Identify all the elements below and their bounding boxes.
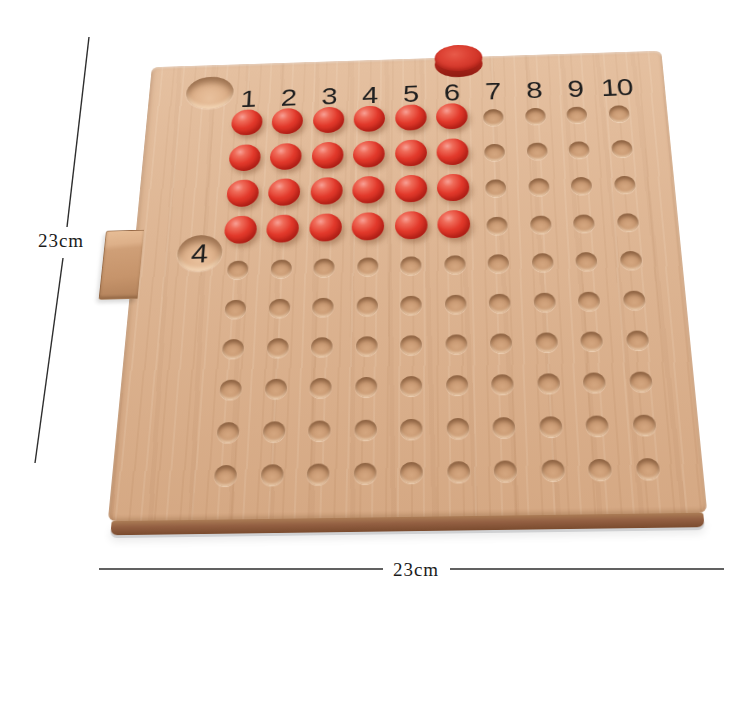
- hole: [575, 252, 598, 271]
- red-bead[interactable]: [311, 141, 343, 168]
- cell-r1-c2[interactable]: [266, 106, 308, 142]
- hole: [310, 378, 332, 398]
- hole: [354, 419, 377, 440]
- hole: [260, 464, 283, 485]
- cell-r7-c10[interactable]: [613, 320, 662, 362]
- hole: [585, 415, 609, 436]
- cell-r2-c5[interactable]: [390, 137, 432, 174]
- cell-r4-c3[interactable]: [303, 211, 347, 250]
- hole: [355, 377, 377, 397]
- cell-r6-c2[interactable]: [256, 288, 301, 328]
- hole: [490, 333, 513, 353]
- hole: [494, 461, 518, 483]
- cell-r8-c1[interactable]: [207, 369, 254, 412]
- cell-r8-c3[interactable]: [298, 367, 344, 410]
- cell-r7-c1[interactable]: [210, 328, 257, 369]
- red-bead[interactable]: [352, 212, 385, 241]
- cell-r5-c9[interactable]: [563, 242, 610, 282]
- hole: [444, 255, 466, 274]
- red-bead[interactable]: [228, 144, 261, 171]
- hole: [264, 379, 287, 399]
- hole: [580, 331, 603, 351]
- red-bead[interactable]: [438, 210, 471, 239]
- red-bead[interactable]: [268, 178, 301, 206]
- hole: [311, 337, 333, 357]
- red-bead[interactable]: [309, 213, 342, 242]
- cell-r10-c6[interactable]: [435, 450, 483, 495]
- cell-r3-c9[interactable]: [559, 167, 604, 205]
- cell-r4-c8[interactable]: [518, 205, 563, 244]
- cell-r2-c2[interactable]: [264, 140, 307, 177]
- cell-r6-c1[interactable]: [213, 289, 259, 329]
- cell-r8-c2[interactable]: [252, 368, 299, 411]
- cell-r4-c4[interactable]: [346, 210, 389, 249]
- red-bead[interactable]: [437, 173, 470, 201]
- cell-r10-c10[interactable]: [622, 446, 673, 492]
- cell-r4-c1[interactable]: [218, 213, 263, 251]
- hole: [445, 294, 467, 313]
- cell-r7-c9[interactable]: [568, 321, 616, 363]
- cell-r7-c4[interactable]: [344, 325, 389, 367]
- cell-r1-c8[interactable]: [514, 98, 557, 134]
- cell-r5-c2[interactable]: [259, 249, 304, 288]
- cell-r8-c9[interactable]: [570, 362, 619, 405]
- cell-r1-c6[interactable]: [431, 101, 473, 137]
- cell-r8-c8[interactable]: [525, 362, 573, 405]
- red-bead[interactable]: [395, 211, 428, 240]
- red-bead[interactable]: [271, 108, 303, 135]
- hole: [526, 142, 547, 160]
- cell-r9-c10[interactable]: [619, 403, 670, 447]
- cell-r6-c5[interactable]: [389, 285, 433, 326]
- hole: [583, 373, 607, 393]
- cell-r3-c5[interactable]: [390, 172, 433, 210]
- cell-r2-c4[interactable]: [348, 138, 390, 175]
- hole: [445, 334, 467, 354]
- hole: [611, 140, 633, 158]
- hole: [573, 214, 595, 232]
- hole: [400, 462, 423, 483]
- cell-r4-c9[interactable]: [561, 204, 607, 243]
- cell-r5-c5[interactable]: [389, 246, 433, 286]
- cell-r10-c3[interactable]: [294, 452, 342, 497]
- hole: [619, 251, 642, 270]
- hole: [571, 177, 593, 195]
- hole: [608, 105, 630, 122]
- hole: [356, 296, 378, 315]
- cell-r9-c2[interactable]: [250, 410, 298, 454]
- red-disc-marker[interactable]: [434, 44, 483, 78]
- hole: [525, 107, 546, 124]
- hole: [313, 259, 334, 278]
- red-bead[interactable]: [395, 175, 427, 203]
- cell-r3-c7[interactable]: [474, 170, 518, 208]
- cell-r2-c10[interactable]: [599, 130, 644, 167]
- cell-r5-c6[interactable]: [433, 245, 477, 285]
- cell-r9-c5[interactable]: [388, 407, 434, 451]
- hole: [489, 293, 511, 312]
- cell-r6-c4[interactable]: [345, 286, 390, 327]
- hole: [401, 295, 422, 314]
- cell-r6-c8[interactable]: [521, 282, 568, 323]
- cell-r7-c2[interactable]: [254, 327, 300, 369]
- hole: [487, 216, 509, 234]
- cell-r10-c5[interactable]: [388, 450, 435, 495]
- cell-r6-c3[interactable]: [301, 287, 346, 328]
- cell-r8-c10[interactable]: [616, 361, 666, 404]
- cell-r6-c7[interactable]: [477, 283, 523, 324]
- cell-r5-c8[interactable]: [520, 243, 566, 283]
- cell-r1-c1[interactable]: [225, 107, 268, 143]
- hole: [262, 421, 285, 442]
- cell-r3-c6[interactable]: [432, 171, 475, 209]
- hole: [626, 330, 650, 350]
- cell-r4-c10[interactable]: [605, 203, 652, 242]
- cell-r5-c4[interactable]: [346, 247, 390, 287]
- hole: [222, 339, 245, 359]
- hole: [528, 178, 550, 196]
- red-bead[interactable]: [437, 138, 469, 165]
- hole: [357, 258, 378, 277]
- hole: [312, 297, 334, 316]
- hole: [307, 464, 330, 485]
- hole: [541, 460, 565, 482]
- hole: [227, 261, 249, 280]
- hole: [578, 291, 601, 310]
- cell-r3-c8[interactable]: [517, 169, 562, 207]
- bead-grid: [201, 96, 673, 499]
- cell-r9-c6[interactable]: [434, 406, 481, 450]
- red-bead[interactable]: [270, 143, 303, 170]
- hole: [488, 254, 510, 273]
- hole: [446, 418, 469, 439]
- cell-r2-c8[interactable]: [515, 133, 559, 170]
- cell-r7-c7[interactable]: [478, 322, 525, 364]
- hole: [539, 416, 563, 437]
- cell-r1-c3[interactable]: [307, 104, 349, 140]
- cell-r4-c6[interactable]: [432, 208, 476, 247]
- height-dimension-line-lower: [35, 258, 63, 463]
- hole: [622, 290, 645, 309]
- cell-r9-c3[interactable]: [296, 409, 343, 453]
- cell-r3-c10[interactable]: [602, 166, 648, 204]
- cell-r3-c3[interactable]: [305, 174, 348, 212]
- hole: [308, 420, 331, 441]
- cell-r5-c10[interactable]: [607, 241, 654, 281]
- red-bead[interactable]: [395, 104, 426, 131]
- multiplication-board: 4 12345678910: [108, 51, 708, 522]
- cell-r10-c7[interactable]: [481, 449, 530, 494]
- cell-r7-c3[interactable]: [299, 326, 345, 368]
- hole: [225, 299, 247, 318]
- cell-r9-c8[interactable]: [526, 405, 575, 449]
- hole: [616, 213, 639, 231]
- hole: [214, 465, 238, 486]
- red-bead[interactable]: [353, 140, 385, 167]
- cell-r7-c6[interactable]: [434, 323, 480, 365]
- cell-r9-c4[interactable]: [342, 408, 389, 452]
- cell-r6-c9[interactable]: [566, 281, 613, 322]
- cell-r3-c4[interactable]: [347, 173, 390, 211]
- hole: [569, 141, 591, 159]
- hole: [491, 375, 514, 395]
- cell-r8-c6[interactable]: [434, 364, 480, 407]
- hole: [483, 109, 504, 126]
- red-bead[interactable]: [354, 106, 386, 133]
- cell-r9-c1[interactable]: [204, 411, 252, 455]
- cell-r4-c2[interactable]: [260, 212, 304, 250]
- cell-r10-c4[interactable]: [341, 451, 388, 496]
- red-bead[interactable]: [230, 109, 262, 136]
- hole: [268, 298, 290, 317]
- cell-r2-c1[interactable]: [223, 141, 266, 178]
- hole: [266, 338, 288, 358]
- cell-r8-c5[interactable]: [389, 365, 435, 408]
- cell-r7-c5[interactable]: [389, 324, 434, 366]
- cell-r1-c10[interactable]: [597, 96, 642, 132]
- hole: [629, 372, 653, 393]
- cell-r8-c4[interactable]: [343, 366, 389, 409]
- cell-r1-c9[interactable]: [555, 97, 599, 133]
- cell-r3-c2[interactable]: [262, 176, 306, 214]
- cell-r5-c3[interactable]: [302, 248, 346, 287]
- cell-r2-c7[interactable]: [473, 134, 516, 171]
- height-dimension-line-upper: [67, 37, 89, 227]
- cell-r9-c7[interactable]: [480, 406, 528, 450]
- height-dimension-label: 23cm: [38, 230, 84, 252]
- hole: [537, 374, 560, 394]
- hole: [401, 256, 422, 275]
- red-bead[interactable]: [226, 179, 259, 207]
- hole: [566, 106, 587, 123]
- cell-r1-c4[interactable]: [349, 103, 391, 139]
- red-bead[interactable]: [352, 176, 384, 204]
- red-bead[interactable]: [266, 215, 299, 244]
- cell-r2-c9[interactable]: [557, 132, 602, 169]
- cell-r5-c7[interactable]: [476, 244, 521, 284]
- red-bead[interactable]: [223, 216, 257, 245]
- cell-r1-c5[interactable]: [390, 102, 432, 138]
- cell-r6-c10[interactable]: [610, 280, 658, 321]
- red-bead[interactable]: [395, 139, 427, 166]
- hole: [632, 414, 656, 435]
- cell-r9-c9[interactable]: [573, 404, 623, 448]
- hole: [400, 335, 422, 355]
- hole: [614, 176, 636, 194]
- cell-r1-c7[interactable]: [472, 99, 515, 135]
- cell-r2-c3[interactable]: [306, 139, 349, 176]
- hole: [356, 336, 378, 356]
- hole: [485, 180, 506, 198]
- cell-r10-c8[interactable]: [528, 448, 578, 493]
- number-card-slider-tab[interactable]: [99, 230, 144, 300]
- cell-r10-c9[interactable]: [575, 447, 625, 493]
- hole: [353, 463, 376, 484]
- hole: [531, 253, 553, 272]
- cell-r7-c8[interactable]: [523, 322, 570, 364]
- hole: [400, 376, 422, 396]
- hole: [219, 380, 242, 400]
- cell-r3-c1[interactable]: [220, 177, 264, 214]
- hole: [447, 461, 470, 483]
- hole: [588, 459, 612, 481]
- hole: [217, 422, 240, 443]
- cell-r5-c1[interactable]: [215, 250, 260, 289]
- hole: [535, 332, 558, 352]
- hole: [446, 375, 468, 395]
- hole: [400, 419, 422, 440]
- product-photo: 23cm 23cm 4 12345678910: [0, 0, 750, 725]
- red-bead[interactable]: [313, 107, 345, 134]
- hole: [493, 417, 516, 438]
- cell-r4-c5[interactable]: [389, 209, 432, 248]
- multiplier-card-number: 4: [190, 238, 209, 269]
- hole: [270, 260, 292, 279]
- cell-r8-c7[interactable]: [479, 363, 526, 406]
- cell-r10-c1[interactable]: [201, 454, 250, 499]
- hole: [635, 458, 660, 480]
- red-bead[interactable]: [310, 177, 343, 205]
- hole: [530, 215, 552, 233]
- cell-r10-c2[interactable]: [248, 453, 296, 498]
- cell-r2-c6[interactable]: [432, 135, 475, 172]
- hole: [533, 292, 556, 311]
- red-bead[interactable]: [436, 103, 468, 130]
- hole: [484, 144, 505, 162]
- cell-r4-c7[interactable]: [475, 206, 520, 245]
- width-dimension-label: 23cm: [393, 559, 439, 581]
- cell-r6-c6[interactable]: [433, 284, 478, 325]
